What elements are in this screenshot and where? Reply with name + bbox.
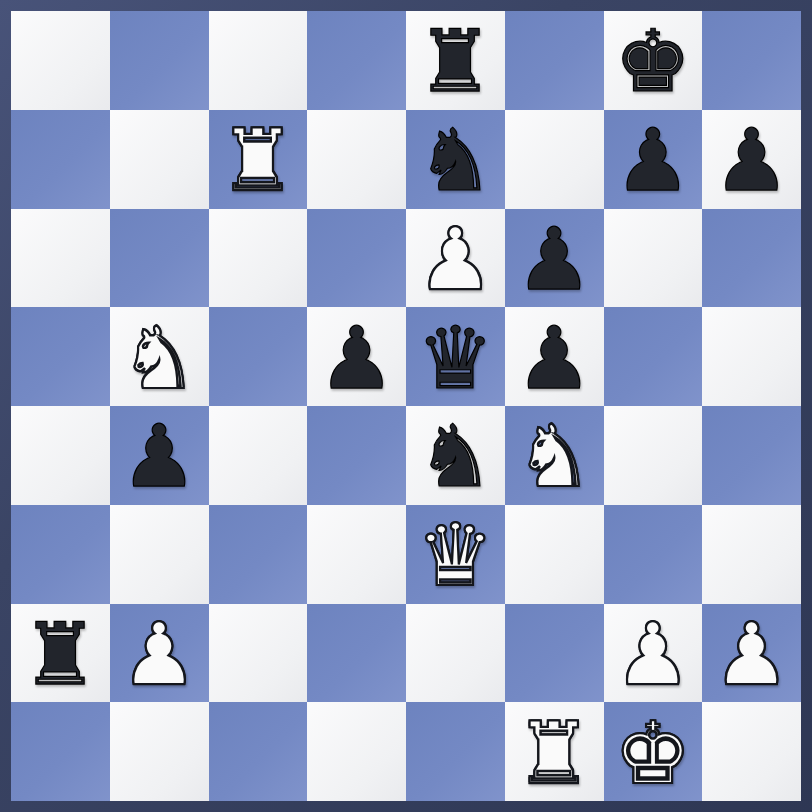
square-g4[interactable]: [604, 406, 703, 505]
square-b6[interactable]: [110, 209, 209, 308]
square-d8[interactable]: [307, 11, 406, 110]
square-d5[interactable]: ♟: [307, 307, 406, 406]
white-rook-icon[interactable]: ♜: [516, 710, 593, 796]
black-knight-icon[interactable]: ♞: [417, 413, 494, 499]
black-king-icon[interactable]: ♚: [614, 18, 691, 104]
square-h4[interactable]: [702, 406, 801, 505]
square-a6[interactable]: [11, 209, 110, 308]
square-f8[interactable]: [505, 11, 604, 110]
square-a3[interactable]: [11, 505, 110, 604]
square-a7[interactable]: [11, 110, 110, 209]
white-knight-icon[interactable]: ♞: [516, 413, 593, 499]
square-h3[interactable]: [702, 505, 801, 604]
square-g3[interactable]: [604, 505, 703, 604]
square-h7[interactable]: ♟: [702, 110, 801, 209]
square-d2[interactable]: [307, 604, 406, 703]
square-b3[interactable]: [110, 505, 209, 604]
black-queen-icon[interactable]: ♛: [417, 315, 494, 401]
square-d7[interactable]: [307, 110, 406, 209]
black-pawn-icon[interactable]: ♟: [614, 117, 691, 203]
square-b1[interactable]: [110, 702, 209, 801]
white-king-icon[interactable]: ♚: [614, 710, 691, 796]
square-c3[interactable]: [209, 505, 308, 604]
square-d1[interactable]: [307, 702, 406, 801]
square-e1[interactable]: [406, 702, 505, 801]
square-c4[interactable]: [209, 406, 308, 505]
square-h8[interactable]: [702, 11, 801, 110]
black-rook-icon[interactable]: ♜: [22, 611, 99, 697]
white-pawn-icon[interactable]: ♟: [417, 216, 494, 302]
black-pawn-icon[interactable]: ♟: [713, 117, 790, 203]
square-g7[interactable]: ♟: [604, 110, 703, 209]
square-a4[interactable]: [11, 406, 110, 505]
black-pawn-icon[interactable]: ♟: [516, 216, 593, 302]
square-f3[interactable]: [505, 505, 604, 604]
square-b4[interactable]: ♟: [110, 406, 209, 505]
black-pawn-icon[interactable]: ♟: [318, 315, 395, 401]
square-g5[interactable]: [604, 307, 703, 406]
square-f5[interactable]: ♟: [505, 307, 604, 406]
square-e2[interactable]: [406, 604, 505, 703]
square-f1[interactable]: ♜: [505, 702, 604, 801]
black-rook-icon[interactable]: ♜: [417, 18, 494, 104]
white-rook-icon[interactable]: ♜: [219, 117, 296, 203]
square-b5[interactable]: ♞: [110, 307, 209, 406]
square-g1[interactable]: ♚: [604, 702, 703, 801]
square-c7[interactable]: ♜: [209, 110, 308, 209]
square-d6[interactable]: [307, 209, 406, 308]
square-c6[interactable]: [209, 209, 308, 308]
square-h6[interactable]: [702, 209, 801, 308]
square-e3[interactable]: ♛: [406, 505, 505, 604]
square-b2[interactable]: ♟: [110, 604, 209, 703]
square-a2[interactable]: ♜: [11, 604, 110, 703]
square-a8[interactable]: [11, 11, 110, 110]
square-a1[interactable]: [11, 702, 110, 801]
square-f6[interactable]: ♟: [505, 209, 604, 308]
square-g8[interactable]: ♚: [604, 11, 703, 110]
square-e6[interactable]: ♟: [406, 209, 505, 308]
square-f4[interactable]: ♞: [505, 406, 604, 505]
square-d3[interactable]: [307, 505, 406, 604]
square-d4[interactable]: [307, 406, 406, 505]
square-b7[interactable]: [110, 110, 209, 209]
black-pawn-icon[interactable]: ♟: [516, 315, 593, 401]
square-e5[interactable]: ♛: [406, 307, 505, 406]
square-f2[interactable]: [505, 604, 604, 703]
white-queen-icon[interactable]: ♛: [417, 512, 494, 598]
board-frame: ♜♚♜♞♟♟♟♟♞♟♛♟♟♞♞♛♜♟♟♟♜♚: [0, 0, 812, 812]
square-g2[interactable]: ♟: [604, 604, 703, 703]
square-g6[interactable]: [604, 209, 703, 308]
square-a5[interactable]: [11, 307, 110, 406]
square-h2[interactable]: ♟: [702, 604, 801, 703]
square-h1[interactable]: [702, 702, 801, 801]
square-b8[interactable]: [110, 11, 209, 110]
square-c5[interactable]: [209, 307, 308, 406]
white-pawn-icon[interactable]: ♟: [713, 611, 790, 697]
square-f7[interactable]: [505, 110, 604, 209]
square-c1[interactable]: [209, 702, 308, 801]
square-c2[interactable]: [209, 604, 308, 703]
white-pawn-icon[interactable]: ♟: [121, 611, 198, 697]
white-knight-icon[interactable]: ♞: [121, 315, 198, 401]
black-pawn-icon[interactable]: ♟: [121, 413, 198, 499]
square-e8[interactable]: ♜: [406, 11, 505, 110]
square-c8[interactable]: [209, 11, 308, 110]
black-knight-icon[interactable]: ♞: [417, 117, 494, 203]
chess-board: ♜♚♜♞♟♟♟♟♞♟♛♟♟♞♞♛♜♟♟♟♜♚: [11, 11, 801, 801]
white-pawn-icon[interactable]: ♟: [614, 611, 691, 697]
square-e7[interactable]: ♞: [406, 110, 505, 209]
square-h5[interactable]: [702, 307, 801, 406]
square-e4[interactable]: ♞: [406, 406, 505, 505]
